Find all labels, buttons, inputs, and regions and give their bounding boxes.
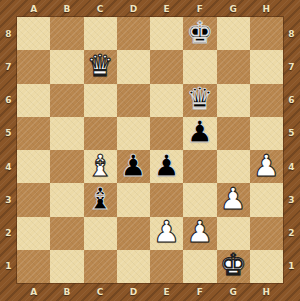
piece-black-pawn[interactable]: ♟ <box>186 117 213 147</box>
square-c4[interactable]: ♝ <box>84 150 117 183</box>
piece-black-pawn[interactable]: ♟ <box>153 151 180 181</box>
square-e5[interactable] <box>150 117 183 150</box>
square-a8[interactable] <box>17 17 50 50</box>
rank-labels-left: 87654321 <box>0 17 17 283</box>
square-g5[interactable] <box>217 117 250 150</box>
file-label-b: B <box>50 283 83 301</box>
file-label-a: A <box>17 283 50 301</box>
rank-label-1: 1 <box>0 250 17 283</box>
board-frame: ABCDEFGH ABCDEFGH 87654321 87654321 ♚♛♛♟… <box>0 0 300 301</box>
file-labels-top: ABCDEFGH <box>17 0 283 17</box>
square-c5[interactable] <box>84 117 117 150</box>
rank-label-7: 7 <box>0 50 17 83</box>
file-label-f: F <box>183 283 216 301</box>
square-h7[interactable] <box>250 50 283 83</box>
piece-white-king[interactable]: ♚ <box>220 250 247 280</box>
square-b2[interactable] <box>50 217 83 250</box>
square-a4[interactable] <box>17 150 50 183</box>
square-h6[interactable] <box>250 84 283 117</box>
square-h3[interactable] <box>250 183 283 216</box>
rank-label-4: 4 <box>0 150 17 183</box>
square-a5[interactable] <box>17 117 50 150</box>
square-f5[interactable]: ♟ <box>183 117 216 150</box>
square-c8[interactable] <box>84 17 117 50</box>
square-g2[interactable] <box>217 217 250 250</box>
file-label-g: G <box>217 283 250 301</box>
square-e3[interactable] <box>150 183 183 216</box>
rank-label-5: 5 <box>283 117 300 150</box>
square-b5[interactable] <box>50 117 83 150</box>
square-h2[interactable] <box>250 217 283 250</box>
square-b7[interactable] <box>50 50 83 83</box>
square-g1[interactable]: ♚ <box>217 250 250 283</box>
square-c2[interactable] <box>84 217 117 250</box>
square-a1[interactable] <box>17 250 50 283</box>
square-d4[interactable]: ♟ <box>117 150 150 183</box>
square-g8[interactable] <box>217 17 250 50</box>
file-labels-bottom: ABCDEFGH <box>17 283 283 301</box>
square-h1[interactable] <box>250 250 283 283</box>
piece-white-pawn[interactable]: ♟ <box>220 184 247 214</box>
square-c1[interactable] <box>84 250 117 283</box>
file-label-c: C <box>84 283 117 301</box>
rank-labels-right: 87654321 <box>283 17 300 283</box>
square-b4[interactable] <box>50 150 83 183</box>
square-d5[interactable] <box>117 117 150 150</box>
rank-label-7: 7 <box>283 50 300 83</box>
square-e7[interactable] <box>150 50 183 83</box>
piece-black-bishop[interactable]: ♝ <box>87 184 114 214</box>
square-f8[interactable]: ♚ <box>183 17 216 50</box>
square-d3[interactable] <box>117 183 150 216</box>
file-label-d: D <box>117 0 150 17</box>
piece-black-pawn[interactable]: ♟ <box>120 151 147 181</box>
rank-label-6: 6 <box>0 84 17 117</box>
file-label-h: H <box>250 0 283 17</box>
square-a3[interactable] <box>17 183 50 216</box>
file-label-d: D <box>117 283 150 301</box>
square-h4[interactable]: ♟ <box>250 150 283 183</box>
square-f3[interactable] <box>183 183 216 216</box>
square-e6[interactable] <box>150 84 183 117</box>
square-e2[interactable]: ♟ <box>150 217 183 250</box>
rank-label-2: 2 <box>283 217 300 250</box>
rank-label-8: 8 <box>0 17 17 50</box>
square-e4[interactable]: ♟ <box>150 150 183 183</box>
square-e8[interactable] <box>150 17 183 50</box>
square-c6[interactable] <box>84 84 117 117</box>
square-d7[interactable] <box>117 50 150 83</box>
square-b8[interactable] <box>50 17 83 50</box>
square-f1[interactable] <box>183 250 216 283</box>
square-d6[interactable] <box>117 84 150 117</box>
square-d8[interactable] <box>117 17 150 50</box>
file-label-g: G <box>217 0 250 17</box>
rank-label-6: 6 <box>283 84 300 117</box>
square-h8[interactable] <box>250 17 283 50</box>
piece-white-bishop[interactable]: ♝ <box>87 151 114 181</box>
square-g7[interactable] <box>217 50 250 83</box>
piece-black-queen[interactable]: ♛ <box>186 84 213 114</box>
square-b3[interactable] <box>50 183 83 216</box>
square-f2[interactable]: ♟ <box>183 217 216 250</box>
rank-label-3: 3 <box>283 183 300 216</box>
square-g3[interactable]: ♟ <box>217 183 250 216</box>
square-b6[interactable] <box>50 84 83 117</box>
file-label-h: H <box>250 283 283 301</box>
rank-label-2: 2 <box>0 217 17 250</box>
piece-white-pawn[interactable]: ♟ <box>253 151 280 181</box>
rank-label-5: 5 <box>0 117 17 150</box>
square-f4[interactable] <box>183 150 216 183</box>
square-d1[interactable] <box>117 250 150 283</box>
square-a6[interactable] <box>17 84 50 117</box>
file-label-e: E <box>150 283 183 301</box>
square-h5[interactable] <box>250 117 283 150</box>
square-c3[interactable]: ♝ <box>84 183 117 216</box>
file-label-c: C <box>84 0 117 17</box>
square-f6[interactable]: ♛ <box>183 84 216 117</box>
file-label-b: B <box>50 0 83 17</box>
square-g6[interactable] <box>217 84 250 117</box>
rank-label-1: 1 <box>283 250 300 283</box>
file-label-a: A <box>17 0 50 17</box>
square-d2[interactable] <box>117 217 150 250</box>
square-a2[interactable] <box>17 217 50 250</box>
square-a7[interactable] <box>17 50 50 83</box>
square-c7[interactable]: ♛ <box>84 50 117 83</box>
piece-black-king[interactable]: ♚ <box>186 18 213 48</box>
file-label-e: E <box>150 0 183 17</box>
piece-white-queen[interactable]: ♛ <box>87 51 114 81</box>
piece-white-pawn[interactable]: ♟ <box>186 217 213 247</box>
square-e1[interactable] <box>150 250 183 283</box>
piece-white-pawn[interactable]: ♟ <box>153 217 180 247</box>
square-g4[interactable] <box>217 150 250 183</box>
square-f7[interactable] <box>183 50 216 83</box>
square-b1[interactable] <box>50 250 83 283</box>
chess-board: ♚♛♛♟♝♟♟♟♝♟♟♟♚ <box>17 17 283 283</box>
rank-label-3: 3 <box>0 183 17 216</box>
rank-label-8: 8 <box>283 17 300 50</box>
rank-label-4: 4 <box>283 150 300 183</box>
